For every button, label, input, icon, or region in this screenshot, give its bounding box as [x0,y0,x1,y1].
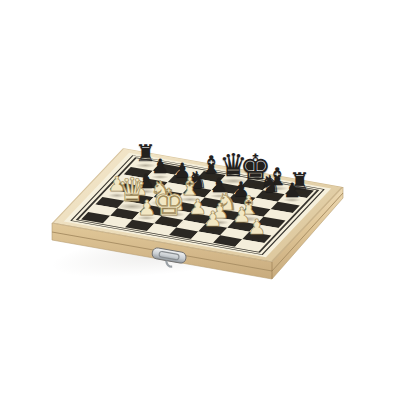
pieces-layer: ♜♝♛♚♝♜♟♟♞♟♞♟♟♟♝♟♟♞♞♝♛♟♟♟♟♚♟♟♟ [0,0,400,400]
product-photo-stage: ♜♝♛♚♝♜♟♟♞♟♞♟♟♟♝♟♟♞♞♝♛♟♟♟♟♚♟♟♟ [0,0,400,400]
piece-white-pawn[interactable]: ♟ [197,208,228,230]
piece-white-king[interactable]: ♚ [141,184,196,223]
piece-black-pawn[interactable]: ♟ [277,180,307,201]
piece-white-pawn[interactable]: ♟ [241,216,272,238]
